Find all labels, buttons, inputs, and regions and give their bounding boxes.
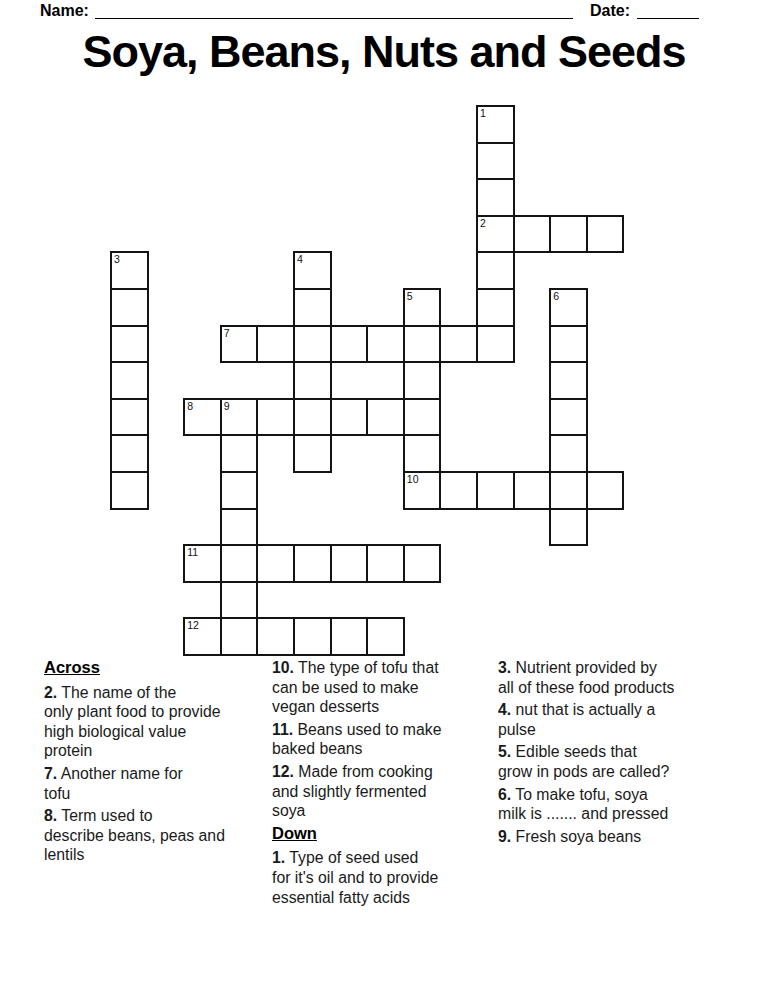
grid-cell-r13c3[interactable] [220, 581, 259, 620]
grid-cell-r5c5[interactable] [293, 288, 332, 327]
clue-number-label: 3. [498, 659, 511, 676]
clue-number-label: 9. [498, 828, 511, 845]
grid-cell-r5c10[interactable] [476, 288, 515, 327]
clue-number-7: 7 [224, 327, 230, 339]
clue-text: The name of the only plant food to provi… [44, 684, 221, 760]
grid-cell-r9c5[interactable] [293, 434, 332, 473]
grid-cell-r12c3[interactable] [220, 544, 259, 583]
clue-number-label: 4. [498, 701, 511, 718]
grid-cell-r14c5[interactable] [293, 617, 332, 656]
clues-column-left: Across2. The name of the only plant food… [44, 658, 282, 868]
grid-cell-r14c2[interactable]: 12 [183, 617, 222, 656]
clue-text: To make tofu, soya milk is ....... and p… [498, 786, 668, 823]
grid-cell-r11c12[interactable] [549, 508, 588, 547]
grid-cell-r9c8[interactable] [403, 434, 442, 473]
grid-cell-r6c8[interactable] [403, 325, 442, 364]
clue-number-label: 2. [44, 684, 57, 701]
clue-number-1: 1 [480, 107, 486, 119]
clue-number-6: 6 [553, 290, 559, 302]
clue-text: Edible seeds that grow in pods are calle… [498, 743, 669, 780]
clue-text: The type of tofu that can be used to mak… [272, 659, 439, 715]
grid-cell-r9c12[interactable] [549, 434, 588, 473]
grid-cell-r6c5[interactable] [293, 325, 332, 364]
grid-cell-r14c4[interactable] [256, 617, 295, 656]
grid-cell-r9c3[interactable] [220, 434, 259, 473]
clue-down-5: 5. Edible seeds that grow in pods are ca… [498, 742, 736, 781]
grid-cell-r10c0[interactable] [110, 471, 149, 510]
grid-cell-r10c8[interactable]: 10 [403, 471, 442, 510]
grid-cell-r14c6[interactable] [330, 617, 369, 656]
clue-text: Another name for tofu [44, 765, 183, 802]
grid-cell-r3c10[interactable]: 2 [476, 215, 515, 254]
grid-cell-r0c10[interactable]: 1 [476, 105, 515, 144]
clues-heading-across: Across [44, 658, 282, 678]
grid-cell-r8c6[interactable] [330, 398, 369, 437]
clue-number-label: 11. [272, 721, 293, 738]
grid-cell-r3c12[interactable] [549, 215, 588, 254]
grid-cell-r7c0[interactable] [110, 361, 149, 400]
clue-text: Beans used to make baked beans [272, 721, 442, 758]
clue-across-12: 12. Made from cooking and slightly ferme… [272, 762, 510, 821]
grid-cell-r10c9[interactable] [439, 471, 478, 510]
clue-across-10: 10. The type of tofu that can be used to… [272, 658, 510, 717]
grid-cell-r3c13[interactable] [586, 215, 625, 254]
clue-down-3: 3. Nutrient provided by all of these foo… [498, 658, 736, 697]
grid-cell-r12c4[interactable] [256, 544, 295, 583]
grid-cell-r8c3[interactable]: 9 [220, 398, 259, 437]
date-input-line[interactable] [637, 2, 699, 19]
clue-number-3: 3 [114, 253, 120, 265]
clue-number-label: 5. [498, 743, 511, 760]
worksheet-page: Name: Date: Soya, Beans, Nuts and Seeds … [0, 0, 768, 994]
grid-cell-r4c0[interactable]: 3 [110, 251, 149, 290]
grid-cell-r6c3[interactable]: 7 [220, 325, 259, 364]
clue-text: Type of seed used for it's oil and to pr… [272, 849, 438, 905]
grid-cell-r2c10[interactable] [476, 178, 515, 217]
clue-number-5: 5 [407, 290, 413, 302]
clue-number-4: 4 [297, 253, 303, 265]
grid-cell-r12c6[interactable] [330, 544, 369, 583]
grid-cell-r14c7[interactable] [366, 617, 405, 656]
clues-column-right: 3. Nutrient provided by all of these foo… [498, 658, 736, 849]
grid-cell-r10c11[interactable] [513, 471, 552, 510]
grid-cell-r8c12[interactable] [549, 398, 588, 437]
grid-cell-r6c12[interactable] [549, 325, 588, 364]
grid-cell-r10c13[interactable] [586, 471, 625, 510]
clue-text: nut that is actually a pulse [498, 701, 655, 738]
grid-cell-r8c0[interactable] [110, 398, 149, 437]
grid-cell-r3c11[interactable] [513, 215, 552, 254]
grid-cell-r8c4[interactable] [256, 398, 295, 437]
grid-cell-r7c12[interactable] [549, 361, 588, 400]
clue-number-10: 10 [407, 473, 419, 485]
grid-cell-r5c12[interactable]: 6 [549, 288, 588, 327]
grid-cell-r12c7[interactable] [366, 544, 405, 583]
grid-cell-r14c3[interactable] [220, 617, 259, 656]
grid-cell-r10c3[interactable] [220, 471, 259, 510]
clue-number-label: 10. [272, 659, 294, 676]
puzzle-title: Soya, Beans, Nuts and Seeds [0, 26, 768, 78]
grid-cell-r10c10[interactable] [476, 471, 515, 510]
grid-cell-r6c10[interactable] [476, 325, 515, 364]
clue-down-1: 1. Type of seed used for it's oil and to… [272, 848, 510, 907]
grid-cell-r8c8[interactable] [403, 398, 442, 437]
grid-cell-r10c12[interactable] [549, 471, 588, 510]
grid-cell-r12c8[interactable] [403, 544, 442, 583]
grid-cell-r8c5[interactable] [293, 398, 332, 437]
grid-cell-r9c0[interactable] [110, 434, 149, 473]
grid-cell-r6c7[interactable] [366, 325, 405, 364]
grid-cell-r6c9[interactable] [439, 325, 478, 364]
clue-down-6: 6. To make tofu, soya milk is ....... an… [498, 785, 736, 824]
clue-across-11: 11. Beans used to make baked beans [272, 720, 510, 759]
clue-number-8: 8 [187, 400, 193, 412]
clue-down-4: 4. nut that is actually a pulse [498, 700, 736, 739]
clue-number-label: 8. [44, 807, 57, 824]
grid-cell-r5c8[interactable]: 5 [403, 288, 442, 327]
clue-number-label: 12. [272, 763, 294, 780]
grid-cell-r5c0[interactable] [110, 288, 149, 327]
clue-across-2: 2. The name of the only plant food to pr… [44, 683, 282, 761]
grid-cell-r12c5[interactable] [293, 544, 332, 583]
grid-cell-r8c7[interactable] [366, 398, 405, 437]
grid-cell-r6c4[interactable] [256, 325, 295, 364]
name-label: Name: [40, 2, 89, 20]
grid-cell-r1c10[interactable] [476, 142, 515, 181]
grid-cell-r12c2[interactable]: 11 [183, 544, 222, 583]
clue-number-2: 2 [480, 217, 486, 229]
grid-cell-r7c8[interactable] [403, 361, 442, 400]
clue-text: Fresh soya beans [511, 828, 641, 845]
grid-cell-r7c5[interactable] [293, 361, 332, 400]
clue-across-8: 8. Term used to describe beans, peas and… [44, 806, 282, 865]
clue-number-label: 7. [44, 765, 57, 782]
grid-cell-r8c2[interactable]: 8 [183, 398, 222, 437]
clue-number-11: 11 [187, 546, 198, 558]
clue-number-12: 12 [187, 619, 199, 631]
clue-number-label: 1. [272, 849, 285, 866]
grid-cell-r6c6[interactable] [330, 325, 369, 364]
clues-column-middle: 10. The type of tofu that can be used to… [272, 658, 510, 910]
grid-cell-r11c3[interactable] [220, 508, 259, 547]
grid-cell-r6c0[interactable] [110, 325, 149, 364]
clue-across-7: 7. Another name for tofu [44, 764, 282, 803]
grid-cell-r4c10[interactable] [476, 251, 515, 290]
grid-cell-r4c5[interactable]: 4 [293, 251, 332, 290]
clues-heading-down: Down [272, 824, 510, 844]
name-input-line[interactable] [95, 2, 573, 19]
clue-text: Term used to describe beans, peas and le… [44, 807, 225, 863]
clue-number-label: 6. [498, 786, 511, 803]
clue-text: Nutrient provided by all of these food p… [498, 659, 675, 696]
clue-number-9: 9 [224, 400, 230, 412]
date-label: Date: [590, 2, 630, 20]
clue-down-9: 9. Fresh soya beans [498, 827, 736, 847]
clue-text: Made from cooking and slightly fermented… [272, 763, 433, 819]
